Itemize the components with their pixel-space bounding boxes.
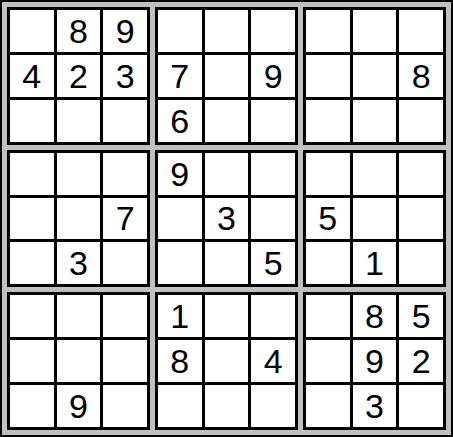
cell-r2-c1[interactable]: 4 xyxy=(10,55,54,97)
cell-r1-c5[interactable] xyxy=(205,10,249,52)
cell-r4-c7[interactable] xyxy=(306,153,350,195)
cell-r1-c8[interactable] xyxy=(353,10,397,52)
cell-r1-c7[interactable] xyxy=(306,10,350,52)
cell-r6-c5[interactable] xyxy=(205,242,249,284)
cell-r4-c5[interactable] xyxy=(205,153,249,195)
cell-r7-c6[interactable] xyxy=(251,295,295,337)
cell-r1-c2[interactable]: 8 xyxy=(57,10,101,52)
cell-r9-c5[interactable] xyxy=(205,385,249,427)
cell-r4-c6[interactable] xyxy=(251,153,295,195)
sudoku-board: 8942379687393551918485923 xyxy=(0,0,453,437)
cell-r7-c5[interactable] xyxy=(205,295,249,337)
cell-r3-c3[interactable] xyxy=(103,100,147,142)
cell-r3-c1[interactable] xyxy=(10,100,54,142)
cell-r1-c9[interactable] xyxy=(399,10,443,52)
cell-r8-c7[interactable] xyxy=(306,340,350,382)
box-1-2: 796 xyxy=(155,7,298,145)
cell-r6-c9[interactable] xyxy=(399,242,443,284)
cell-r5-c1[interactable] xyxy=(10,198,54,240)
cell-r9-c6[interactable] xyxy=(251,385,295,427)
cell-r1-c4[interactable] xyxy=(158,10,202,52)
cell-r6-c7[interactable] xyxy=(306,242,350,284)
cell-r2-c3[interactable]: 3 xyxy=(103,55,147,97)
cell-r7-c2[interactable] xyxy=(57,295,101,337)
cell-r8-c6[interactable]: 4 xyxy=(251,340,295,382)
cell-r6-c1[interactable] xyxy=(10,242,54,284)
cell-r5-c5[interactable]: 3 xyxy=(205,198,249,240)
cell-r3-c2[interactable] xyxy=(57,100,101,142)
cell-r5-c2[interactable] xyxy=(57,198,101,240)
cell-r6-c6[interactable]: 5 xyxy=(251,242,295,284)
box-1-1: 89423 xyxy=(7,7,150,145)
cell-r8-c5[interactable] xyxy=(205,340,249,382)
cell-r8-c3[interactable] xyxy=(103,340,147,382)
cell-r4-c4[interactable]: 9 xyxy=(158,153,202,195)
cell-r8-c8[interactable]: 9 xyxy=(353,340,397,382)
box-3-2: 184 xyxy=(155,292,298,430)
cell-r3-c9[interactable] xyxy=(399,100,443,142)
cell-r9-c4[interactable] xyxy=(158,385,202,427)
cell-r2-c7[interactable] xyxy=(306,55,350,97)
cell-r8-c4[interactable]: 8 xyxy=(158,340,202,382)
cell-r4-c1[interactable] xyxy=(10,153,54,195)
cell-r8-c2[interactable] xyxy=(57,340,101,382)
cell-r3-c8[interactable] xyxy=(353,100,397,142)
cell-r7-c8[interactable]: 8 xyxy=(353,295,397,337)
cell-r9-c1[interactable] xyxy=(10,385,54,427)
cell-r9-c2[interactable]: 9 xyxy=(57,385,101,427)
cell-r6-c3[interactable] xyxy=(103,242,147,284)
cell-r4-c9[interactable] xyxy=(399,153,443,195)
cell-r3-c6[interactable] xyxy=(251,100,295,142)
cell-r3-c5[interactable] xyxy=(205,100,249,142)
cell-r2-c2[interactable]: 2 xyxy=(57,55,101,97)
cell-r5-c6[interactable] xyxy=(251,198,295,240)
cell-r2-c4[interactable]: 7 xyxy=(158,55,202,97)
cell-r4-c3[interactable] xyxy=(103,153,147,195)
cell-r7-c1[interactable] xyxy=(10,295,54,337)
cell-r2-c9[interactable]: 8 xyxy=(399,55,443,97)
cell-r7-c9[interactable]: 5 xyxy=(399,295,443,337)
cell-r9-c8[interactable]: 3 xyxy=(353,385,397,427)
cell-r3-c7[interactable] xyxy=(306,100,350,142)
cell-r8-c9[interactable]: 2 xyxy=(399,340,443,382)
cell-r5-c8[interactable] xyxy=(353,198,397,240)
box-3-1: 9 xyxy=(7,292,150,430)
cell-r5-c7[interactable]: 5 xyxy=(306,198,350,240)
cell-r4-c2[interactable] xyxy=(57,153,101,195)
cell-r2-c5[interactable] xyxy=(205,55,249,97)
cell-r1-c1[interactable] xyxy=(10,10,54,52)
cell-r6-c8[interactable]: 1 xyxy=(353,242,397,284)
cell-r1-c6[interactable] xyxy=(251,10,295,52)
cell-r7-c4[interactable]: 1 xyxy=(158,295,202,337)
cell-r9-c9[interactable] xyxy=(399,385,443,427)
cell-r8-c1[interactable] xyxy=(10,340,54,382)
cell-r3-c4[interactable]: 6 xyxy=(158,100,202,142)
box-3-3: 85923 xyxy=(303,292,446,430)
cell-r4-c8[interactable] xyxy=(353,153,397,195)
cell-r6-c4[interactable] xyxy=(158,242,202,284)
cell-r2-c8[interactable] xyxy=(353,55,397,97)
cell-r9-c3[interactable] xyxy=(103,385,147,427)
box-2-2: 935 xyxy=(155,150,298,288)
cell-r6-c2[interactable]: 3 xyxy=(57,242,101,284)
cell-r1-c3[interactable]: 9 xyxy=(103,10,147,52)
cell-r7-c3[interactable] xyxy=(103,295,147,337)
cell-r2-c6[interactable]: 9 xyxy=(251,55,295,97)
cell-r5-c9[interactable] xyxy=(399,198,443,240)
box-2-3: 51 xyxy=(303,150,446,288)
box-2-1: 73 xyxy=(7,150,150,288)
cell-r7-c7[interactable] xyxy=(306,295,350,337)
box-1-3: 8 xyxy=(303,7,446,145)
cell-r5-c4[interactable] xyxy=(158,198,202,240)
cell-r9-c7[interactable] xyxy=(306,385,350,427)
cell-r5-c3[interactable]: 7 xyxy=(103,198,147,240)
